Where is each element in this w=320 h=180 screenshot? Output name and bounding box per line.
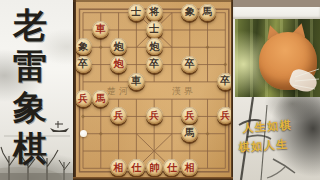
piece-black-cannon[interactable]: 炮 [146, 38, 163, 55]
piece-black-cannon[interactable]: 炮 [110, 38, 127, 55]
piece-glyph: 車 [131, 76, 141, 86]
piece-glyph: 馬 [185, 128, 195, 138]
piece-glyph: 兵 [114, 110, 124, 120]
piece-glyph: 卒 [149, 59, 159, 69]
piece-glyph: 炮 [149, 41, 159, 51]
piece-black-chariot[interactable]: 車 [128, 73, 145, 90]
piece-glyph: 象 [78, 41, 88, 51]
piece-black-elephant[interactable]: 象 [181, 4, 198, 21]
piece-red-advisor[interactable]: 仕 [128, 159, 145, 176]
title-char-3: 象 [13, 87, 47, 128]
pieces-layer: 士将象馬車士象炮炮卒炮卒卒車卒兵馬兵兵兵兵馬相仕帥仕相 [73, 0, 233, 180]
piece-red-general[interactable]: 帥 [146, 159, 163, 176]
piece-red-soldier[interactable]: 兵 [75, 90, 92, 107]
piece-glyph: 将 [149, 7, 159, 17]
piece-glyph: 炮 [114, 41, 124, 51]
piece-black-advisor[interactable]: 士 [146, 21, 163, 38]
board-frame-bottom [73, 177, 233, 180]
piece-glyph: 兵 [185, 110, 195, 120]
piece-glyph: 仕 [131, 162, 141, 172]
title-char-4: 棋 [13, 128, 47, 169]
piece-red-soldier[interactable]: 兵 [110, 107, 127, 124]
piece-black-general[interactable]: 将 [146, 4, 163, 21]
piece-glyph: 象 [185, 7, 195, 17]
cat-photo [235, 19, 320, 97]
board-frame-top [73, 0, 233, 2]
piece-glyph: 兵 [220, 110, 230, 120]
piece-red-soldier[interactable]: 兵 [146, 107, 163, 124]
piece-black-soldier[interactable]: 卒 [75, 56, 92, 73]
piece-glyph: 馬 [203, 7, 213, 17]
video-frame: 老 雷 象 棋 楚河 漢界 士将象馬車士象炮炮卒炮卒卒車卒兵馬兵兵兵兵馬相仕帥仕… [0, 0, 320, 180]
piece-glyph: 帥 [149, 162, 159, 172]
caption-line-1: 人生如棋 [242, 117, 293, 135]
bamboo-ink-painting: 人生如棋 棋如人生 [233, 97, 320, 180]
title-char-2: 雷 [13, 46, 47, 87]
piece-glyph: 兵 [149, 110, 159, 120]
xiangqi-board[interactable]: 楚河 漢界 士将象馬車士象炮炮卒炮卒卒車卒兵馬兵兵兵兵馬相仕帥仕相 [73, 0, 233, 180]
piece-black-elephant[interactable]: 象 [75, 38, 92, 55]
piece-glyph: 仕 [167, 162, 177, 172]
piece-glyph: 士 [149, 24, 159, 34]
left-art-panel: 老 雷 象 棋 [0, 0, 73, 180]
piece-red-cannon[interactable]: 炮 [110, 56, 127, 73]
piece-glyph: 車 [96, 24, 106, 34]
piece-red-advisor[interactable]: 仕 [163, 159, 180, 176]
piece-black-horse[interactable]: 馬 [181, 125, 198, 142]
piece-red-elephant[interactable]: 相 [110, 159, 127, 176]
piece-glyph: 相 [185, 162, 195, 172]
piece-red-soldier[interactable]: 兵 [181, 107, 198, 124]
piece-glyph: 馬 [96, 93, 106, 103]
right-art-panel: 人生如棋 棋如人生 [233, 0, 320, 180]
piece-glyph: 兵 [78, 93, 88, 103]
cat-whiskers [235, 19, 320, 97]
board-frame-left [73, 0, 76, 180]
piece-glyph: 卒 [220, 76, 230, 86]
title-char-1: 老 [13, 5, 47, 46]
piece-black-horse[interactable]: 馬 [199, 4, 216, 21]
paper-strip [233, 7, 320, 19]
piece-glyph: 卒 [185, 59, 195, 69]
piece-black-soldier[interactable]: 卒 [181, 56, 198, 73]
piece-red-horse[interactable]: 馬 [92, 90, 109, 107]
piece-black-soldier[interactable]: 卒 [146, 56, 163, 73]
piece-glyph: 卒 [78, 59, 88, 69]
piece-glyph: 士 [131, 7, 141, 17]
piece-red-elephant[interactable]: 相 [181, 159, 198, 176]
caption: 人生如棋 棋如人生 [242, 117, 294, 154]
channel-title: 老 雷 象 棋 [6, 5, 54, 169]
piece-glyph: 炮 [114, 59, 124, 69]
piece-red-chariot[interactable]: 車 [92, 21, 109, 38]
top-band [233, 0, 320, 7]
piece-glyph: 相 [114, 162, 124, 172]
piece-black-advisor[interactable]: 士 [128, 4, 145, 21]
